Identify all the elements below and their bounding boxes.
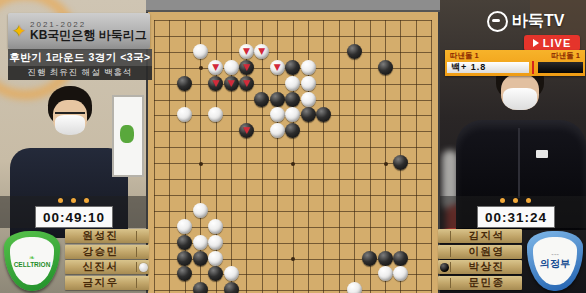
white-stone-J16: ▼ bbox=[270, 60, 285, 75]
white-captures-label: 따낸돌 1 bbox=[450, 51, 479, 61]
player-name: 문민종 bbox=[451, 276, 522, 290]
black-stone-marker bbox=[440, 263, 449, 272]
white-stone-E16: ▼ bbox=[208, 60, 223, 75]
right-player-mask bbox=[503, 88, 537, 110]
right-team-name: 의정부 bbox=[540, 257, 570, 271]
roster-row-원성진: 원성진 bbox=[65, 229, 149, 243]
player-name: 강승민 bbox=[65, 245, 136, 259]
right-clock: 00:31:24 bbox=[477, 206, 555, 228]
black-stone-K14 bbox=[285, 92, 300, 107]
baduktv-circle-icon bbox=[487, 11, 508, 32]
black-stone-D2 bbox=[193, 282, 208, 293]
white-stone-D5 bbox=[193, 235, 208, 250]
roster-row-김지석: 김지석 bbox=[438, 229, 522, 243]
black-stone-G15: ▼ bbox=[239, 76, 254, 91]
white-stone-E5 bbox=[208, 235, 223, 250]
white-stone-L16 bbox=[301, 60, 316, 75]
triangle-mark: ▼ bbox=[212, 63, 219, 72]
league-name: KB국민은행 바둑리그 bbox=[30, 29, 147, 42]
white-stone-E13 bbox=[208, 107, 223, 122]
score-track: 백+ 1.8 bbox=[447, 62, 583, 73]
white-score-segment: 백+ 1.8 bbox=[447, 62, 529, 73]
kb-star-logo-icon: ✦ bbox=[8, 21, 30, 42]
roster-row-신진서: 신진서 bbox=[65, 260, 149, 274]
black-captures-label: 따낸돌 1 bbox=[551, 51, 580, 61]
white-stone-H17: ▼ bbox=[254, 44, 269, 59]
grid-line-v bbox=[323, 20, 324, 293]
white-stone-G17: ▼ bbox=[239, 44, 254, 59]
white-stone-D7 bbox=[193, 203, 208, 218]
black-stone-H14 bbox=[254, 92, 269, 107]
grid-line-h bbox=[154, 179, 432, 180]
black-stone-C5 bbox=[177, 235, 192, 250]
roster-row-금지우: 금지우 bbox=[65, 276, 149, 290]
star-point bbox=[291, 257, 295, 261]
play-triangle-icon bbox=[533, 39, 539, 47]
grid-line-v bbox=[339, 20, 340, 293]
grid-line-v bbox=[262, 20, 263, 293]
triangle-mark: ▼ bbox=[228, 79, 235, 88]
grid-line-h bbox=[154, 227, 432, 228]
black-stone-G16: ▼ bbox=[239, 60, 254, 75]
left-team-roster: 원성진강승민신진서금지우 bbox=[65, 229, 149, 290]
white-stone-K13 bbox=[285, 107, 300, 122]
go-board: ▼▼▼▼▼▼▼▼▼ bbox=[146, 0, 440, 293]
jacket-zipper bbox=[518, 128, 520, 198]
black-stone-E15: ▼ bbox=[208, 76, 223, 91]
white-stone-F3 bbox=[224, 266, 239, 281]
triangle-mark: ▼ bbox=[243, 47, 250, 56]
black-stone-D4 bbox=[193, 251, 208, 266]
white-stone-E4 bbox=[208, 251, 223, 266]
black-stone-C15 bbox=[177, 76, 192, 91]
right-byoyomi-dots bbox=[500, 198, 531, 203]
black-stone-G12: ▼ bbox=[239, 123, 254, 138]
black-stone-K12 bbox=[285, 123, 300, 138]
black-stone-J14 bbox=[270, 92, 285, 107]
player-name: 금지우 bbox=[65, 276, 136, 290]
side-monitor bbox=[112, 95, 144, 177]
left-player-glasses bbox=[55, 112, 85, 114]
right-team-roster: 김지석이원영박상진문민종 bbox=[438, 229, 522, 290]
live-badge: LIVE bbox=[524, 35, 580, 51]
black-stone-L13 bbox=[301, 107, 316, 122]
white-stone-L14 bbox=[301, 92, 316, 107]
triangle-mark: ▼ bbox=[243, 79, 250, 88]
triangle-mark: ▼ bbox=[274, 63, 281, 72]
white-stone-D17 bbox=[193, 44, 208, 59]
black-stone-F15: ▼ bbox=[224, 76, 239, 91]
roster-row-강승민: 강승민 bbox=[65, 245, 149, 259]
black-stone-C4 bbox=[177, 251, 192, 266]
black-stone-F2 bbox=[224, 282, 239, 293]
black-stone-K16 bbox=[285, 60, 300, 75]
jacket-badge bbox=[536, 150, 548, 158]
black-stone-O17 bbox=[347, 44, 362, 59]
black-stone-R4 bbox=[393, 251, 408, 266]
player-name: 김지석 bbox=[451, 229, 522, 243]
league-title-card: ✦ 2021-2022 KB국민은행 바둑리그 bbox=[8, 13, 150, 49]
white-stone-Q3 bbox=[378, 266, 393, 281]
stone-marker-slot bbox=[438, 263, 450, 272]
black-stone-E3 bbox=[208, 266, 223, 281]
left-byoyomi-dots bbox=[58, 198, 89, 203]
board-top-edge bbox=[146, 0, 440, 12]
star-point bbox=[384, 162, 388, 166]
grid-line-v bbox=[169, 20, 170, 293]
white-stone-R3 bbox=[393, 266, 408, 281]
white-stone-K15 bbox=[285, 76, 300, 91]
board-grid: ▼▼▼▼▼▼▼▼▼ bbox=[146, 0, 440, 293]
white-stone-L15 bbox=[301, 76, 316, 91]
black-stone-R10 bbox=[393, 155, 408, 170]
player-name: 원성진 bbox=[65, 229, 136, 243]
triangle-mark: ▼ bbox=[212, 79, 219, 88]
player-name: 신진서 bbox=[65, 260, 136, 274]
black-score-segment bbox=[538, 62, 583, 73]
triangle-mark: ▼ bbox=[243, 63, 250, 72]
player-name: 박상진 bbox=[451, 260, 522, 274]
left-player-mask bbox=[55, 115, 85, 135]
star-point bbox=[199, 162, 203, 166]
round-title-bar: 후반기 1라운드 3경기 <3국> bbox=[8, 49, 152, 66]
channel-name: 바둑TV bbox=[512, 11, 564, 32]
grid-line-v bbox=[354, 20, 355, 293]
roster-divider bbox=[136, 278, 137, 288]
white-stone-J13 bbox=[270, 107, 285, 122]
roster-row-박상진: 박상진 bbox=[438, 260, 522, 274]
star-point bbox=[199, 66, 203, 70]
channel-logo: 바둑TV bbox=[487, 11, 564, 32]
grid-line-v bbox=[154, 20, 155, 293]
white-stone-J12 bbox=[270, 123, 285, 138]
grid-line-v bbox=[431, 20, 432, 293]
grid-line-h bbox=[154, 195, 432, 196]
white-stone-O2 bbox=[347, 282, 362, 293]
stone-marker-slot bbox=[137, 263, 149, 272]
broadcast-frame: { "game": "Go (Baduk) 19x19 — KB Baduk L… bbox=[0, 0, 586, 293]
white-stone-C6 bbox=[177, 219, 192, 234]
roster-row-이원영: 이원영 bbox=[438, 245, 522, 259]
roster-row-문민종: 문민종 bbox=[438, 276, 522, 290]
black-stone-Q4 bbox=[378, 251, 393, 266]
grid-line-v bbox=[416, 20, 417, 293]
star-point bbox=[291, 162, 295, 166]
roster-divider bbox=[136, 231, 137, 241]
black-stone-P4 bbox=[362, 251, 377, 266]
white-stone-C13 bbox=[177, 107, 192, 122]
white-stone-E6 bbox=[208, 219, 223, 234]
left-clock: 00:49:10 bbox=[35, 206, 113, 228]
white-stone-marker bbox=[139, 263, 148, 272]
black-stone-Q16 bbox=[378, 60, 393, 75]
roster-divider bbox=[136, 247, 137, 257]
left-team-name: CELLTRION bbox=[14, 261, 51, 268]
score-divider bbox=[529, 62, 538, 73]
player-name: 이원영 bbox=[451, 245, 522, 259]
live-label: LIVE bbox=[543, 37, 571, 49]
white-stone-F16 bbox=[224, 60, 239, 75]
capture-count-eval-bar: 따낸돌 1 따낸돌 1 백+ 1.8 bbox=[445, 50, 585, 76]
staff-credit-bar: 진행 최유진 해설 백홍석 bbox=[8, 66, 152, 80]
black-stone-M13 bbox=[316, 107, 331, 122]
triangle-mark: ▼ bbox=[258, 47, 265, 56]
triangle-mark: ▼ bbox=[243, 126, 250, 135]
black-stone-C3 bbox=[177, 266, 192, 281]
